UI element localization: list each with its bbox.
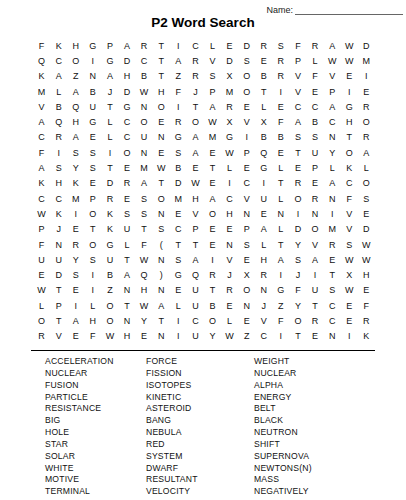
grid-cell-r3c16[interactable]: V xyxy=(289,69,306,84)
grid-cell-r13c14[interactable]: A xyxy=(255,222,272,237)
grid-cell-r13c12[interactable]: E xyxy=(221,222,238,237)
grid-cell-r13c8[interactable]: S xyxy=(153,222,170,237)
grid-cell-r6c11[interactable]: W xyxy=(204,114,221,129)
grid-cell-r17c1[interactable]: W xyxy=(33,283,50,298)
grid-cell-r15c2[interactable]: U xyxy=(50,252,67,267)
grid-cell-r18c14[interactable]: J xyxy=(255,298,272,313)
grid-cell-r18c12[interactable]: E xyxy=(221,298,238,313)
grid-cell-r7c13[interactable]: I xyxy=(238,130,255,145)
grid-cell-r18c16[interactable]: Y xyxy=(289,298,306,313)
grid-cell-r14c20[interactable]: W xyxy=(358,237,375,252)
grid-cell-r12c3[interactable]: I xyxy=(67,206,84,221)
grid-cell-r9c20[interactable]: L xyxy=(358,160,375,175)
grid-cell-r18c18[interactable]: C xyxy=(324,298,341,313)
grid-cell-r9c9[interactable]: B xyxy=(170,160,187,175)
grid-cell-r13c6[interactable]: U xyxy=(118,222,135,237)
grid-cell-r17c13[interactable]: O xyxy=(238,283,255,298)
grid-cell-r2c10[interactable]: R xyxy=(187,53,204,68)
grid-cell-r20c19[interactable]: I xyxy=(341,329,358,344)
grid-cell-r11c10[interactable]: H xyxy=(187,191,204,206)
grid-cell-r5c15[interactable]: E xyxy=(272,99,289,114)
grid-cell-r16c13[interactable]: X xyxy=(238,267,255,282)
grid-cell-r3c10[interactable]: R xyxy=(187,69,204,84)
grid-cell-r19c3[interactable]: A xyxy=(67,313,84,328)
grid-cell-r4c3[interactable]: A xyxy=(67,84,84,99)
grid-cell-r17c3[interactable]: E xyxy=(67,283,84,298)
grid-cell-r11c15[interactable]: L xyxy=(272,191,289,206)
grid-cell-r4c13[interactable]: O xyxy=(238,84,255,99)
grid-cell-r17c6[interactable]: N xyxy=(118,283,135,298)
grid-cell-r11c17[interactable]: R xyxy=(307,191,324,206)
grid-cell-r16c10[interactable]: Q xyxy=(187,267,204,282)
grid-cell-r3c20[interactable]: I xyxy=(358,69,375,84)
grid-cell-r3c6[interactable]: H xyxy=(118,69,135,84)
grid-cell-r5c13[interactable]: E xyxy=(238,99,255,114)
grid-cell-r14c14[interactable]: L xyxy=(255,237,272,252)
grid-cell-r8c2[interactable]: I xyxy=(50,145,67,160)
grid-cell-r3c5[interactable]: A xyxy=(101,69,118,84)
grid-cell-r12c2[interactable]: K xyxy=(50,206,67,221)
grid-cell-r19c11[interactable]: O xyxy=(204,313,221,328)
grid-cell-r16c7[interactable]: Q xyxy=(136,267,153,282)
grid-cell-r1c13[interactable]: D xyxy=(238,38,255,53)
grid-cell-r17c18[interactable]: S xyxy=(324,283,341,298)
grid-cell-r14c15[interactable]: T xyxy=(272,237,289,252)
grid-cell-r13c19[interactable]: V xyxy=(341,222,358,237)
grid-cell-r16c6[interactable]: A xyxy=(118,267,135,282)
grid-cell-r7c18[interactable]: N xyxy=(324,130,341,145)
grid-cell-r20c3[interactable]: E xyxy=(67,329,84,344)
grid-cell-r1c18[interactable]: A xyxy=(324,38,341,53)
grid-cell-r14c3[interactable]: R xyxy=(67,237,84,252)
grid-cell-r16c4[interactable]: I xyxy=(84,267,101,282)
grid-cell-r6c20[interactable]: O xyxy=(358,114,375,129)
grid-cell-r17c8[interactable]: N xyxy=(153,283,170,298)
grid-cell-r6c18[interactable]: C xyxy=(324,114,341,129)
grid-cell-r7c15[interactable]: B xyxy=(272,130,289,145)
grid-cell-r10c3[interactable]: K xyxy=(67,176,84,191)
grid-cell-r20c2[interactable]: V xyxy=(50,329,67,344)
grid-cell-r18c9[interactable]: L xyxy=(170,298,187,313)
grid-cell-r19c9[interactable]: I xyxy=(170,313,187,328)
grid-cell-r11c14[interactable]: U xyxy=(255,191,272,206)
grid-cell-r16c17[interactable]: I xyxy=(307,267,324,282)
grid-cell-r3c9[interactable]: Z xyxy=(170,69,187,84)
grid-cell-r5c2[interactable]: B xyxy=(50,99,67,114)
grid-cell-r18c4[interactable]: L xyxy=(84,298,101,313)
grid-cell-r17c20[interactable]: E xyxy=(358,283,375,298)
grid-cell-r6c9[interactable]: R xyxy=(170,114,187,129)
grid-cell-r11c3[interactable]: M xyxy=(67,191,84,206)
grid-cell-r11c18[interactable]: N xyxy=(324,191,341,206)
grid-cell-r1c14[interactable]: R xyxy=(255,38,272,53)
grid-cell-r10c5[interactable]: D xyxy=(101,176,118,191)
grid-cell-r6c4[interactable]: G xyxy=(84,114,101,129)
grid-cell-r17c14[interactable]: N xyxy=(255,283,272,298)
grid-cell-r20c14[interactable]: C xyxy=(255,329,272,344)
grid-cell-r2c18[interactable]: W xyxy=(324,53,341,68)
grid-cell-r18c17[interactable]: T xyxy=(307,298,324,313)
grid-cell-r13c20[interactable]: D xyxy=(358,222,375,237)
grid-cell-r11c19[interactable]: F xyxy=(341,191,358,206)
grid-cell-r1c7[interactable]: R xyxy=(136,38,153,53)
grid-cell-r5c4[interactable]: U xyxy=(84,99,101,114)
grid-cell-r15c15[interactable]: A xyxy=(272,252,289,267)
grid-cell-r14c6[interactable]: L xyxy=(118,237,135,252)
grid-cell-r7c1[interactable]: C xyxy=(33,130,50,145)
grid-cell-r4c7[interactable]: W xyxy=(136,84,153,99)
grid-cell-r13c10[interactable]: P xyxy=(187,222,204,237)
grid-cell-r1c1[interactable]: F xyxy=(33,38,50,53)
grid-cell-r3c3[interactable]: Z xyxy=(67,69,84,84)
grid-cell-r4c18[interactable]: P xyxy=(324,84,341,99)
grid-cell-r6c14[interactable]: X xyxy=(255,114,272,129)
grid-cell-r18c2[interactable]: P xyxy=(50,298,67,313)
grid-cell-r5c19[interactable]: G xyxy=(341,99,358,114)
grid-cell-r1c5[interactable]: P xyxy=(101,38,118,53)
grid-cell-r15c18[interactable]: E xyxy=(324,252,341,267)
grid-cell-r8c17[interactable]: U xyxy=(307,145,324,160)
grid-cell-r19c8[interactable]: T xyxy=(153,313,170,328)
grid-cell-r8c14[interactable]: Q xyxy=(255,145,272,160)
grid-cell-r8c7[interactable]: N xyxy=(136,145,153,160)
grid-cell-r6c6[interactable]: C xyxy=(118,114,135,129)
grid-cell-r12c9[interactable]: E xyxy=(170,206,187,221)
grid-cell-r13c5[interactable]: K xyxy=(101,222,118,237)
grid-cell-r10c1[interactable]: K xyxy=(33,176,50,191)
grid-cell-r4c6[interactable]: D xyxy=(118,84,135,99)
grid-cell-r1c9[interactable]: I xyxy=(170,38,187,53)
grid-cell-r14c2[interactable]: N xyxy=(50,237,67,252)
grid-cell-r6c17[interactable]: B xyxy=(307,114,324,129)
grid-cell-r8c18[interactable]: Y xyxy=(324,145,341,160)
grid-cell-r2c19[interactable]: W xyxy=(341,53,358,68)
grid-cell-r1c8[interactable]: T xyxy=(153,38,170,53)
grid-cell-r16c2[interactable]: D xyxy=(50,267,67,282)
grid-cell-r12c17[interactable]: N xyxy=(307,206,324,221)
grid-cell-r11c7[interactable]: S xyxy=(136,191,153,206)
grid-cell-r3c1[interactable]: K xyxy=(33,69,50,84)
grid-cell-r17c12[interactable]: R xyxy=(221,283,238,298)
grid-cell-r15c7[interactable]: W xyxy=(136,252,153,267)
grid-cell-r10c2[interactable]: H xyxy=(50,176,67,191)
grid-cell-r10c7[interactable]: A xyxy=(136,176,153,191)
grid-cell-r5c18[interactable]: A xyxy=(324,99,341,114)
grid-cell-r13c7[interactable]: T xyxy=(136,222,153,237)
name-blank-line[interactable] xyxy=(295,3,403,15)
grid-cell-r2c11[interactable]: V xyxy=(204,53,221,68)
grid-cell-r5c12[interactable]: R xyxy=(221,99,238,114)
grid-cell-r19c19[interactable]: E xyxy=(341,313,358,328)
grid-cell-r7c3[interactable]: A xyxy=(67,130,84,145)
grid-cell-r17c19[interactable]: W xyxy=(341,283,358,298)
grid-cell-r7c2[interactable]: R xyxy=(50,130,67,145)
grid-cell-r2c7[interactable]: C xyxy=(136,53,153,68)
grid-cell-r11c4[interactable]: P xyxy=(84,191,101,206)
grid-cell-r16c18[interactable]: T xyxy=(324,267,341,282)
grid-cell-r16c20[interactable]: H xyxy=(358,267,375,282)
grid-cell-r19c7[interactable]: Y xyxy=(136,313,153,328)
grid-cell-r19c10[interactable]: C xyxy=(187,313,204,328)
grid-cell-r9c8[interactable]: W xyxy=(153,160,170,175)
grid-cell-r2c5[interactable]: G xyxy=(101,53,118,68)
grid-cell-r11c11[interactable]: A xyxy=(204,191,221,206)
grid-cell-r19c15[interactable]: F xyxy=(272,313,289,328)
grid-cell-r20c17[interactable]: E xyxy=(307,329,324,344)
grid-cell-r20c18[interactable]: N xyxy=(324,329,341,344)
grid-cell-r4c19[interactable]: I xyxy=(341,84,358,99)
grid-cell-r3c4[interactable]: N xyxy=(84,69,101,84)
grid-cell-r7c20[interactable]: R xyxy=(358,130,375,145)
grid-cell-r12c15[interactable]: N xyxy=(272,206,289,221)
grid-cell-r13c18[interactable]: M xyxy=(324,222,341,237)
grid-cell-r16c5[interactable]: B xyxy=(101,267,118,282)
grid-cell-r20c10[interactable]: U xyxy=(187,329,204,344)
grid-cell-r9c15[interactable]: L xyxy=(272,160,289,175)
grid-cell-r4c17[interactable]: E xyxy=(307,84,324,99)
grid-cell-r1c6[interactable]: A xyxy=(118,38,135,53)
grid-cell-r17c16[interactable]: F xyxy=(289,283,306,298)
grid-cell-r14c10[interactable]: T xyxy=(187,237,204,252)
grid-cell-r9c19[interactable]: K xyxy=(341,160,358,175)
grid-cell-r6c8[interactable]: E xyxy=(153,114,170,129)
grid-cell-r15c3[interactable]: Y xyxy=(67,252,84,267)
grid-cell-r17c15[interactable]: G xyxy=(272,283,289,298)
grid-cell-r13c16[interactable]: D xyxy=(289,222,306,237)
grid-cell-r3c8[interactable]: T xyxy=(153,69,170,84)
grid-cell-r20c12[interactable]: W xyxy=(221,329,238,344)
grid-cell-r8c15[interactable]: E xyxy=(272,145,289,160)
grid-cell-r17c10[interactable]: U xyxy=(187,283,204,298)
grid-cell-r13c9[interactable]: C xyxy=(170,222,187,237)
grid-cell-r15c20[interactable]: W xyxy=(358,252,375,267)
grid-cell-r2c6[interactable]: D xyxy=(118,53,135,68)
grid-cell-r2c8[interactable]: T xyxy=(153,53,170,68)
grid-cell-r5c6[interactable]: G xyxy=(118,99,135,114)
grid-cell-r20c16[interactable]: T xyxy=(289,329,306,344)
grid-cell-r19c1[interactable]: O xyxy=(33,313,50,328)
grid-cell-r18c5[interactable]: O xyxy=(101,298,118,313)
grid-cell-r5c17[interactable]: C xyxy=(307,99,324,114)
grid-cell-r15c12[interactable]: V xyxy=(221,252,238,267)
grid-cell-r2c20[interactable]: M xyxy=(358,53,375,68)
grid-cell-r9c13[interactable]: E xyxy=(238,160,255,175)
grid-cell-r14c9[interactable]: T xyxy=(170,237,187,252)
grid-cell-r4c11[interactable]: P xyxy=(204,84,221,99)
grid-cell-r17c5[interactable]: Z xyxy=(101,283,118,298)
grid-cell-r11c9[interactable]: M xyxy=(170,191,187,206)
grid-cell-r11c1[interactable]: C xyxy=(33,191,50,206)
grid-cell-r6c16[interactable]: A xyxy=(289,114,306,129)
grid-cell-r4c4[interactable]: B xyxy=(84,84,101,99)
grid-cell-r7c4[interactable]: E xyxy=(84,130,101,145)
grid-cell-r4c16[interactable]: V xyxy=(289,84,306,99)
grid-cell-r9c7[interactable]: M xyxy=(136,160,153,175)
grid-cell-r7c5[interactable]: L xyxy=(101,130,118,145)
grid-cell-r20c20[interactable]: K xyxy=(358,329,375,344)
grid-cell-r20c4[interactable]: F xyxy=(84,329,101,344)
grid-cell-r11c5[interactable]: R xyxy=(101,191,118,206)
grid-cell-r5c7[interactable]: N xyxy=(136,99,153,114)
grid-cell-r4c20[interactable]: E xyxy=(358,84,375,99)
grid-cell-r16c15[interactable]: I xyxy=(272,267,289,282)
grid-cell-r9c18[interactable]: L xyxy=(324,160,341,175)
grid-cell-r10c20[interactable]: O xyxy=(358,176,375,191)
grid-cell-r11c13[interactable]: V xyxy=(238,191,255,206)
grid-cell-r10c16[interactable]: R xyxy=(289,176,306,191)
grid-cell-r11c20[interactable]: S xyxy=(358,191,375,206)
grid-cell-r18c1[interactable]: L xyxy=(33,298,50,313)
grid-cell-r13c13[interactable]: P xyxy=(238,222,255,237)
grid-cell-r2c14[interactable]: E xyxy=(255,53,272,68)
grid-cell-r15c6[interactable]: T xyxy=(118,252,135,267)
grid-cell-r8c11[interactable]: E xyxy=(204,145,221,160)
grid-cell-r12c7[interactable]: S xyxy=(136,206,153,221)
grid-cell-r12c10[interactable]: V xyxy=(187,206,204,221)
grid-cell-r12c11[interactable]: O xyxy=(204,206,221,221)
grid-cell-r7c12[interactable]: G xyxy=(221,130,238,145)
grid-cell-r12c5[interactable]: K xyxy=(101,206,118,221)
grid-cell-r19c18[interactable]: C xyxy=(324,313,341,328)
grid-cell-r15c1[interactable]: U xyxy=(33,252,50,267)
grid-cell-r17c7[interactable]: H xyxy=(136,283,153,298)
grid-cell-r15c11[interactable]: I xyxy=(204,252,221,267)
grid-cell-r7c9[interactable]: G xyxy=(170,130,187,145)
grid-cell-r3c7[interactable]: B xyxy=(136,69,153,84)
grid-cell-r20c11[interactable]: Y xyxy=(204,329,221,344)
grid-cell-r3c11[interactable]: S xyxy=(204,69,221,84)
grid-cell-r7c11[interactable]: M xyxy=(204,130,221,145)
grid-cell-r3c13[interactable]: O xyxy=(238,69,255,84)
grid-cell-r5c5[interactable]: T xyxy=(101,99,118,114)
grid-cell-r13c1[interactable]: P xyxy=(33,222,50,237)
grid-cell-r10c4[interactable]: E xyxy=(84,176,101,191)
grid-cell-r14c11[interactable]: E xyxy=(204,237,221,252)
grid-cell-r13c17[interactable]: O xyxy=(307,222,324,237)
grid-cell-r14c12[interactable]: N xyxy=(221,237,238,252)
grid-cell-r9c10[interactable]: E xyxy=(187,160,204,175)
grid-cell-r3c14[interactable]: B xyxy=(255,69,272,84)
grid-cell-r8c6[interactable]: O xyxy=(118,145,135,160)
grid-cell-r7c7[interactable]: U xyxy=(136,130,153,145)
grid-cell-r13c4[interactable]: T xyxy=(84,222,101,237)
grid-cell-r11c2[interactable]: C xyxy=(50,191,67,206)
grid-cell-r10c6[interactable]: R xyxy=(118,176,135,191)
grid-cell-r9c4[interactable]: S xyxy=(84,160,101,175)
grid-cell-r2c13[interactable]: S xyxy=(238,53,255,68)
grid-cell-r1c17[interactable]: R xyxy=(307,38,324,53)
grid-cell-r18c15[interactable]: Z xyxy=(272,298,289,313)
grid-cell-r13c15[interactable]: L xyxy=(272,222,289,237)
grid-cell-r9c5[interactable]: T xyxy=(101,160,118,175)
grid-cell-r12c19[interactable]: V xyxy=(341,206,358,221)
grid-cell-r20c6[interactable]: H xyxy=(118,329,135,344)
grid-cell-r1c15[interactable]: S xyxy=(272,38,289,53)
grid-cell-r12c14[interactable]: E xyxy=(255,206,272,221)
grid-cell-r6c1[interactable]: A xyxy=(33,114,50,129)
grid-cell-r5c3[interactable]: Q xyxy=(67,99,84,114)
grid-cell-r10c15[interactable]: T xyxy=(272,176,289,191)
grid-cell-r19c5[interactable]: O xyxy=(101,313,118,328)
grid-cell-r11c16[interactable]: O xyxy=(289,191,306,206)
grid-cell-r14c13[interactable]: S xyxy=(238,237,255,252)
grid-cell-r6c7[interactable]: O xyxy=(136,114,153,129)
grid-cell-r11c6[interactable]: E xyxy=(118,191,135,206)
grid-cell-r6c5[interactable]: L xyxy=(101,114,118,129)
grid-cell-r9c11[interactable]: T xyxy=(204,160,221,175)
grid-cell-r8c4[interactable]: S xyxy=(84,145,101,160)
grid-cell-r8c10[interactable]: A xyxy=(187,145,204,160)
grid-cell-r10c17[interactable]: E xyxy=(307,176,324,191)
grid-cell-r11c12[interactable]: C xyxy=(221,191,238,206)
grid-cell-r10c11[interactable]: E xyxy=(204,176,221,191)
grid-cell-r14c17[interactable]: V xyxy=(307,237,324,252)
grid-cell-r1c11[interactable]: L xyxy=(204,38,221,53)
grid-cell-r4c9[interactable]: F xyxy=(170,84,187,99)
grid-cell-r18c20[interactable]: F xyxy=(358,298,375,313)
grid-cell-r5c11[interactable]: A xyxy=(204,99,221,114)
grid-cell-r19c14[interactable]: V xyxy=(255,313,272,328)
grid-cell-r1c20[interactable]: D xyxy=(358,38,375,53)
grid-cell-r4c10[interactable]: J xyxy=(187,84,204,99)
grid-cell-r20c7[interactable]: E xyxy=(136,329,153,344)
grid-cell-r16c14[interactable]: R xyxy=(255,267,272,282)
grid-cell-r20c5[interactable]: W xyxy=(101,329,118,344)
grid-cell-r9c2[interactable]: S xyxy=(50,160,67,175)
grid-cell-r8c5[interactable]: I xyxy=(101,145,118,160)
grid-cell-r9c16[interactable]: E xyxy=(289,160,306,175)
grid-cell-r2c1[interactable]: Q xyxy=(33,53,50,68)
grid-cell-r16c16[interactable]: J xyxy=(289,267,306,282)
grid-cell-r2c3[interactable]: O xyxy=(67,53,84,68)
grid-cell-r18c6[interactable]: T xyxy=(118,298,135,313)
grid-cell-r10c8[interactable]: T xyxy=(153,176,170,191)
grid-cell-r9c14[interactable]: G xyxy=(255,160,272,175)
grid-cell-r1c3[interactable]: H xyxy=(67,38,84,53)
grid-cell-r3c19[interactable]: E xyxy=(341,69,358,84)
grid-cell-r17c17[interactable]: U xyxy=(307,283,324,298)
grid-cell-r5c20[interactable]: R xyxy=(358,99,375,114)
grid-cell-r9c17[interactable]: P xyxy=(307,160,324,175)
grid-cell-r3c2[interactable]: A xyxy=(50,69,67,84)
grid-cell-r8c19[interactable]: O xyxy=(341,145,358,160)
grid-cell-r2c12[interactable]: D xyxy=(221,53,238,68)
grid-cell-r6c15[interactable]: F xyxy=(272,114,289,129)
grid-cell-r12c16[interactable]: I xyxy=(289,206,306,221)
grid-cell-r12c6[interactable]: S xyxy=(118,206,135,221)
grid-cell-r2c15[interactable]: R xyxy=(272,53,289,68)
grid-cell-r16c9[interactable]: G xyxy=(170,267,187,282)
grid-cell-r19c2[interactable]: T xyxy=(50,313,67,328)
grid-cell-r2c17[interactable]: L xyxy=(307,53,324,68)
grid-cell-r6c10[interactable]: O xyxy=(187,114,204,129)
grid-cell-r19c16[interactable]: O xyxy=(289,313,306,328)
grid-cell-r1c16[interactable]: F xyxy=(289,38,306,53)
grid-cell-r15c13[interactable]: E xyxy=(238,252,255,267)
grid-cell-r9c6[interactable]: E xyxy=(118,160,135,175)
grid-cell-r7c14[interactable]: B xyxy=(255,130,272,145)
grid-cell-r8c12[interactable]: W xyxy=(221,145,238,160)
grid-cell-r8c1[interactable]: F xyxy=(33,145,50,160)
grid-cell-r4c8[interactable]: H xyxy=(153,84,170,99)
grid-cell-r20c9[interactable]: I xyxy=(170,329,187,344)
grid-cell-r16c12[interactable]: J xyxy=(221,267,238,282)
grid-cell-r4c5[interactable]: J xyxy=(101,84,118,99)
grid-cell-r20c1[interactable]: R xyxy=(33,329,50,344)
grid-cell-r18c7[interactable]: W xyxy=(136,298,153,313)
grid-cell-r17c11[interactable]: T xyxy=(204,283,221,298)
grid-cell-r18c13[interactable]: N xyxy=(238,298,255,313)
